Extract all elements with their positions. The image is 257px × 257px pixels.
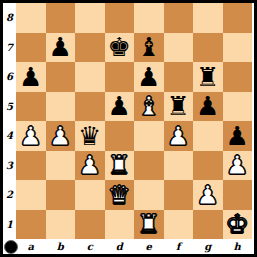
- square-c6[interactable]: [75, 62, 105, 92]
- file-label-a: a: [16, 239, 46, 254]
- square-b2[interactable]: [46, 180, 76, 210]
- square-b1[interactable]: [46, 210, 76, 240]
- square-a5[interactable]: [16, 92, 46, 122]
- rank-label-8: 8: [3, 3, 16, 33]
- square-a6[interactable]: ♟: [16, 62, 46, 92]
- square-e7[interactable]: ♝: [134, 33, 164, 63]
- white-pawn[interactable]: ♟: [226, 152, 249, 178]
- square-g2[interactable]: ♟: [193, 180, 223, 210]
- white-pawn[interactable]: ♟: [167, 123, 190, 149]
- black-queen[interactable]: ♛: [78, 123, 101, 149]
- rank-label-7: 7: [3, 33, 16, 63]
- rank-label-5: 5: [3, 92, 16, 122]
- square-f1[interactable]: [164, 210, 194, 240]
- black-pawn[interactable]: ♟: [226, 123, 249, 149]
- square-d5[interactable]: ♟: [105, 92, 135, 122]
- square-a4[interactable]: ♟: [16, 121, 46, 151]
- square-a8[interactable]: [16, 3, 46, 33]
- square-f2[interactable]: [164, 180, 194, 210]
- black-king[interactable]: ♚: [108, 34, 131, 60]
- square-d4[interactable]: [105, 121, 135, 151]
- black-pawn[interactable]: ♟: [196, 93, 219, 119]
- rank-label-6: 6: [3, 62, 16, 92]
- square-e2[interactable]: [134, 180, 164, 210]
- square-f5[interactable]: ♜: [164, 92, 194, 122]
- square-e3[interactable]: [134, 151, 164, 181]
- square-h6[interactable]: [223, 62, 253, 92]
- square-g7[interactable]: [193, 33, 223, 63]
- file-label-g: g: [193, 239, 223, 254]
- square-b3[interactable]: [46, 151, 76, 181]
- square-h2[interactable]: [223, 180, 253, 210]
- square-h5[interactable]: [223, 92, 253, 122]
- square-e5[interactable]: ♝: [134, 92, 164, 122]
- square-h8[interactable]: [223, 3, 253, 33]
- square-b4[interactable]: ♟: [46, 121, 76, 151]
- square-d7[interactable]: ♚: [105, 33, 135, 63]
- file-label-f: f: [164, 239, 194, 254]
- square-e4[interactable]: [134, 121, 164, 151]
- file-label-b: b: [46, 239, 76, 254]
- square-f6[interactable]: [164, 62, 194, 92]
- black-pawn[interactable]: ♟: [19, 64, 42, 90]
- square-g8[interactable]: [193, 3, 223, 33]
- chess-board[interactable]: ♟♚♝♟♟♜♟♝♜♟♟♟♛♟♟♟♜♟♛♟♜♚: [16, 3, 252, 239]
- square-b5[interactable]: [46, 92, 76, 122]
- square-a1[interactable]: [16, 210, 46, 240]
- black-bishop[interactable]: ♝: [137, 34, 160, 60]
- square-g5[interactable]: ♟: [193, 92, 223, 122]
- square-g1[interactable]: [193, 210, 223, 240]
- square-g6[interactable]: ♜: [193, 62, 223, 92]
- file-label-e: e: [134, 239, 164, 254]
- rank-labels: 87654321: [3, 3, 16, 239]
- square-h7[interactable]: [223, 33, 253, 63]
- square-e1[interactable]: ♜: [134, 210, 164, 240]
- black-pawn[interactable]: ♟: [49, 34, 72, 60]
- square-c3[interactable]: ♟: [75, 151, 105, 181]
- square-a2[interactable]: [16, 180, 46, 210]
- square-c2[interactable]: [75, 180, 105, 210]
- square-d3[interactable]: ♜: [105, 151, 135, 181]
- file-label-h: h: [223, 239, 253, 254]
- rank-label-3: 3: [3, 151, 16, 181]
- white-pawn[interactable]: ♟: [49, 123, 72, 149]
- square-c7[interactable]: [75, 33, 105, 63]
- square-b6[interactable]: [46, 62, 76, 92]
- black-pawn[interactable]: ♟: [108, 93, 131, 119]
- square-g3[interactable]: [193, 151, 223, 181]
- square-c1[interactable]: [75, 210, 105, 240]
- rank-label-1: 1: [3, 210, 16, 240]
- black-rook[interactable]: ♜: [196, 64, 219, 90]
- black-to-move-indicator: [4, 240, 18, 254]
- white-pawn[interactable]: ♟: [196, 182, 219, 208]
- white-bishop[interactable]: ♝: [137, 93, 160, 119]
- file-labels: abcdefgh: [16, 239, 252, 254]
- square-a7[interactable]: [16, 33, 46, 63]
- white-rook[interactable]: ♜: [137, 211, 160, 237]
- black-rook[interactable]: ♜: [167, 93, 190, 119]
- white-pawn[interactable]: ♟: [78, 152, 101, 178]
- white-queen[interactable]: ♛: [108, 182, 131, 208]
- white-pawn[interactable]: ♟: [19, 123, 42, 149]
- square-h3[interactable]: ♟: [223, 151, 253, 181]
- square-a3[interactable]: [16, 151, 46, 181]
- square-c4[interactable]: ♛: [75, 121, 105, 151]
- square-h1[interactable]: ♚: [223, 210, 253, 240]
- white-king[interactable]: ♚: [226, 211, 249, 237]
- rank-label-2: 2: [3, 180, 16, 210]
- square-f3[interactable]: [164, 151, 194, 181]
- square-b7[interactable]: ♟: [46, 33, 76, 63]
- square-g4[interactable]: [193, 121, 223, 151]
- square-f8[interactable]: [164, 3, 194, 33]
- square-f4[interactable]: ♟: [164, 121, 194, 151]
- square-c5[interactable]: [75, 92, 105, 122]
- square-f7[interactable]: [164, 33, 194, 63]
- square-d2[interactable]: ♛: [105, 180, 135, 210]
- chess-diagram: 87654321 ♟♚♝♟♟♜♟♝♜♟♟♟♛♟♟♟♜♟♛♟♜♚ abcdefgh: [0, 0, 257, 257]
- square-d8[interactable]: [105, 3, 135, 33]
- square-d6[interactable]: [105, 62, 135, 92]
- file-label-d: d: [105, 239, 135, 254]
- square-c8[interactable]: [75, 3, 105, 33]
- black-pawn[interactable]: ♟: [137, 64, 160, 90]
- white-rook[interactable]: ♜: [108, 152, 131, 178]
- file-label-c: c: [75, 239, 105, 254]
- square-e6[interactable]: ♟: [134, 62, 164, 92]
- square-d1[interactable]: [105, 210, 135, 240]
- square-b8[interactable]: [46, 3, 76, 33]
- square-h4[interactable]: ♟: [223, 121, 253, 151]
- square-e8[interactable]: [134, 3, 164, 33]
- rank-label-4: 4: [3, 121, 16, 151]
